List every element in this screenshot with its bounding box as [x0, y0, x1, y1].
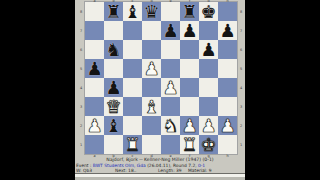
square-e4: ♟: [161, 78, 180, 97]
square-c6: [123, 40, 142, 59]
square-c3: [123, 97, 142, 116]
black-queen-d8: ♛: [143, 2, 159, 21]
square-g5: [199, 59, 218, 78]
square-g2: ♟: [199, 116, 218, 135]
square-a2: ♟: [85, 116, 104, 135]
white-bishop-d3: ♝: [143, 97, 159, 116]
rank-label-5: 5: [78, 59, 84, 78]
rank-label-5: 5: [238, 59, 244, 78]
square-e7: ♟: [161, 21, 180, 40]
white-pawn-g2: ♟: [200, 116, 216, 135]
square-f5: [180, 59, 199, 78]
square-a8: [85, 2, 104, 21]
rank-label-1: 1: [78, 135, 84, 154]
square-e5: [161, 59, 180, 78]
rank-label-6: 6: [78, 40, 84, 59]
rank-labels-left: 87654321: [78, 2, 84, 154]
black-pawn-e7: ♟: [162, 21, 178, 40]
square-b1: [104, 135, 123, 154]
white-king-g1: ♚: [200, 135, 216, 154]
square-c8: ♝: [123, 2, 142, 21]
black-pawn-a5: ♟: [86, 59, 102, 78]
square-c4: [123, 78, 142, 97]
square-b7: [104, 21, 123, 40]
event-result: 0-1: [198, 163, 205, 168]
square-a5: ♟: [85, 59, 104, 78]
square-c5: [123, 59, 142, 78]
square-h5: [218, 59, 237, 78]
square-b4: ♟: [104, 78, 123, 97]
square-f4: [180, 78, 199, 97]
white-pawn-f2: ♟: [181, 116, 197, 135]
square-a3: [85, 97, 104, 116]
event-line: Event : BWT Students Olm, Gda (26.04.11)…: [75, 163, 245, 168]
rank-label-7: 7: [238, 21, 244, 40]
white-rook-c1: ♜: [124, 135, 140, 154]
square-d8: ♛: [142, 2, 161, 21]
square-f3: [180, 97, 199, 116]
event-label: Event :: [76, 163, 93, 168]
square-h2: ♟: [218, 116, 237, 135]
square-h4: [218, 78, 237, 97]
footer-divider: [75, 173, 245, 180]
black-pawn-g6: ♟: [200, 40, 216, 59]
square-e2: ♞: [161, 116, 180, 135]
square-a7: [85, 21, 104, 40]
square-h1: [218, 135, 237, 154]
rank-label-3: 3: [78, 97, 84, 116]
rank-label-3: 3: [238, 97, 244, 116]
square-f6: [180, 40, 199, 59]
black-king-g8: ♚: [200, 2, 216, 21]
square-h6: [218, 40, 237, 59]
event-name: BWT Students Olm, Gda: [93, 163, 146, 168]
square-f7: ♟: [180, 21, 199, 40]
rank-label-8: 8: [238, 2, 244, 21]
square-e3: [161, 97, 180, 116]
game-caption: Najdorf, Bjork -- Kellner-Neg Miller (19…: [75, 157, 245, 173]
square-g8: ♚: [199, 2, 218, 21]
square-b3: ♛: [104, 97, 123, 116]
board-panel: abcdefgh 87654321 ♜♝♛♜♚♟♟♟♞♟♟♟♟♟♛♝♟♝♞♟♟♟…: [75, 0, 245, 180]
black-pawn-b4: ♟: [105, 78, 121, 97]
square-a1: [85, 135, 104, 154]
square-b8: ♜: [104, 2, 123, 21]
square-h7: ♟: [218, 21, 237, 40]
white-pawn-h2: ♟: [219, 116, 235, 135]
white-pawn-d5: ♟: [143, 59, 159, 78]
rank-label-1: 1: [238, 135, 244, 154]
square-e8: [161, 2, 180, 21]
square-g3: [199, 97, 218, 116]
square-h3: [218, 97, 237, 116]
rank-labels-right: 87654321: [238, 2, 244, 154]
black-rook-b8: ♜: [105, 2, 121, 21]
square-e1: [161, 135, 180, 154]
square-f1: ♜: [180, 135, 199, 154]
black-pawn-h7: ♟: [219, 21, 235, 40]
rank-label-7: 7: [78, 21, 84, 40]
square-g4: [199, 78, 218, 97]
black-bishop-c8: ♝: [124, 2, 140, 21]
rank-label-6: 6: [238, 40, 244, 59]
square-h8: [218, 2, 237, 21]
rank-label-2: 2: [78, 116, 84, 135]
square-c7: [123, 21, 142, 40]
square-b2: ♝: [104, 116, 123, 135]
square-c1: ♜: [123, 135, 142, 154]
chess-board: ♜♝♛♜♚♟♟♟♞♟♟♟♟♟♛♝♟♝♞♟♟♟♜♜♚: [85, 2, 237, 154]
square-f8: ♜: [180, 2, 199, 21]
square-a6: [85, 40, 104, 59]
square-e6: [161, 40, 180, 59]
square-g7: [199, 21, 218, 40]
white-queen-b3: ♛: [105, 97, 121, 116]
square-g6: ♟: [199, 40, 218, 59]
event-details: (26.04.11), Round 7.2,: [146, 163, 198, 168]
square-g1: ♚: [199, 135, 218, 154]
rank-label-4: 4: [238, 78, 244, 97]
square-f2: ♟: [180, 116, 199, 135]
rank-label-2: 2: [238, 116, 244, 135]
white-rook-f1: ♜: [181, 135, 197, 154]
rank-label-8: 8: [78, 2, 84, 21]
black-rook-f8: ♜: [181, 2, 197, 21]
square-b5: [104, 59, 123, 78]
white-pawn-e4: ♟: [162, 78, 178, 97]
square-a4: [85, 78, 104, 97]
square-d4: [142, 78, 161, 97]
video-frame: abcdefgh 87654321 ♜♝♛♜♚♟♟♟♞♟♟♟♟♟♛♝♟♝♞♟♟♟…: [0, 0, 320, 180]
square-b6: ♞: [104, 40, 123, 59]
black-pawn-f7: ♟: [181, 21, 197, 40]
black-knight-b6: ♞: [105, 40, 121, 59]
players-result-line: Najdorf, Bjork -- Kellner-Neg Miller (19…: [75, 157, 245, 162]
rank-label-4: 4: [78, 78, 84, 97]
square-d5: ♟: [142, 59, 161, 78]
square-d1: [142, 135, 161, 154]
black-bishop-b2: ♝: [105, 116, 121, 135]
square-d6: [142, 40, 161, 59]
white-pawn-a2: ♟: [86, 116, 102, 135]
square-d2: [142, 116, 161, 135]
square-c2: [123, 116, 142, 135]
white-knight-e2: ♞: [162, 116, 178, 135]
square-d7: [142, 21, 161, 40]
square-d3: ♝: [142, 97, 161, 116]
